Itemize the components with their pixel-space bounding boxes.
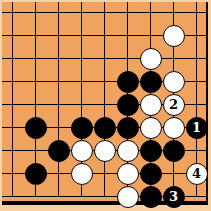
stone-white <box>140 48 162 70</box>
go-diagram: 2143 <box>0 0 211 211</box>
move-number-label: 1 <box>192 121 201 134</box>
grid-line-v <box>58 2 59 197</box>
go-board: 2143 <box>0 0 211 211</box>
grid-line-v <box>12 2 13 197</box>
stone-black <box>25 163 47 185</box>
board-margin-right <box>208 0 211 211</box>
board-margin-top <box>0 0 211 2</box>
stone-black <box>117 94 139 116</box>
stone-white <box>94 140 116 162</box>
stone-white <box>117 163 139 185</box>
stone-black <box>71 117 93 139</box>
stone-black <box>117 71 139 93</box>
grid-line-v <box>104 2 105 197</box>
stone-white <box>163 117 185 139</box>
stone-black <box>163 140 185 162</box>
stone-white <box>117 186 139 208</box>
grid-line-h <box>2 58 206 59</box>
stone-white <box>117 140 139 162</box>
stone-black <box>94 117 116 139</box>
stone-white <box>71 140 93 162</box>
move-number-label: 2 <box>169 98 178 111</box>
board-margin-left <box>0 0 2 211</box>
stone-white <box>140 94 162 116</box>
stone-white <box>163 25 185 47</box>
stone-white <box>163 71 185 93</box>
move-number-label: 3 <box>169 190 178 203</box>
stone-black: 1 <box>186 117 208 139</box>
stone-black <box>140 140 162 162</box>
grid-line-h <box>2 12 206 13</box>
stone-white: 2 <box>163 94 185 116</box>
stone-black <box>140 186 162 208</box>
stone-black <box>140 163 162 185</box>
stone-white: 4 <box>186 163 208 185</box>
stone-black: 3 <box>163 186 185 208</box>
stone-white <box>140 117 162 139</box>
move-number-label: 4 <box>192 167 201 180</box>
stone-black <box>117 117 139 139</box>
stone-white <box>71 163 93 185</box>
stone-black <box>48 140 70 162</box>
stone-black <box>140 71 162 93</box>
stone-black <box>25 117 47 139</box>
